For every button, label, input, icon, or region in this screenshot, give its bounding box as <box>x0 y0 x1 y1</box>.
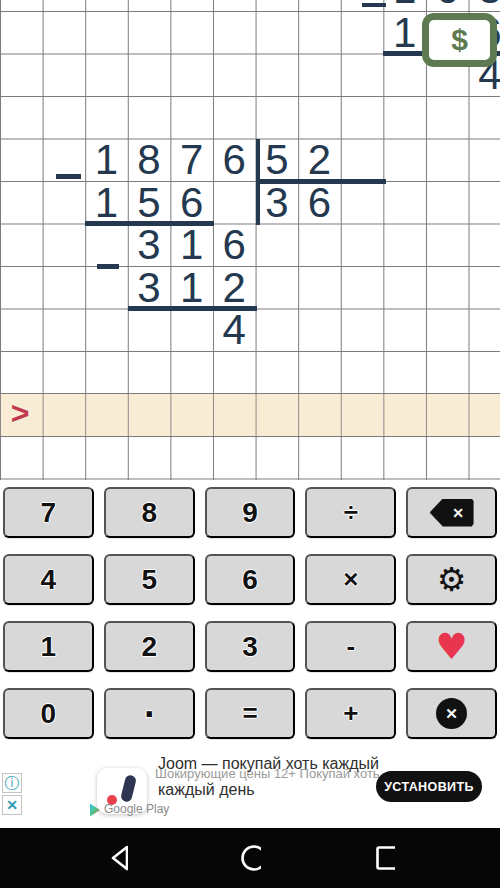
key-multiply[interactable]: × <box>305 554 396 605</box>
recents-button[interactable] <box>367 841 401 875</box>
close-keypad-button[interactable]: ✕ <box>406 688 497 739</box>
answer-input-row[interactable]: > <box>0 393 500 437</box>
digit-cell: 7 <box>180 139 203 181</box>
favorite-button[interactable]: ♥ <box>406 621 497 672</box>
key-7[interactable]: 7 <box>3 487 94 538</box>
joom-logo-swoosh <box>120 774 137 803</box>
divide-label: ÷ <box>344 497 358 528</box>
key-3[interactable]: 3 <box>205 621 296 672</box>
settings-button[interactable]: ⚙ <box>406 554 497 605</box>
digit-cell: 6 <box>223 139 246 181</box>
minus-sign <box>56 174 81 179</box>
input-prompt: > <box>11 395 30 432</box>
digit-cell: 1 <box>393 12 416 54</box>
key-8[interactable]: 8 <box>104 487 195 538</box>
digit-cell: 8 <box>137 139 160 181</box>
key-decimal[interactable]: . <box>104 688 195 739</box>
key-6[interactable]: 6 <box>205 554 296 605</box>
backspace-x-glyph: ✕ <box>443 499 474 527</box>
digit-cell: 5 <box>265 139 288 181</box>
install-button[interactable]: УСТАНОВИТЬ <box>376 771 482 802</box>
key-plus[interactable]: + <box>305 688 396 739</box>
back-triangle-icon <box>106 843 128 873</box>
calculator-keypad: 7 8 9 ÷ ✕ 4 5 6 × ⚙ 1 2 3 - ♥ 0 <box>0 480 500 748</box>
digit-cell: 6 <box>223 224 246 266</box>
key-9[interactable]: 9 <box>205 487 296 538</box>
key-2[interactable]: 2 <box>104 621 195 672</box>
close-x-glyph: ✕ <box>445 705 458 723</box>
keypad-row: 1 2 3 - ♥ <box>3 621 497 672</box>
digit-cell: 6 <box>308 182 331 224</box>
dollar-ad-icon[interactable]: $ <box>422 13 497 67</box>
plus-label: + <box>343 698 358 729</box>
digit-cell: 4 <box>223 309 246 351</box>
android-nav-bar <box>0 828 500 888</box>
digit-cell: 1 <box>95 139 118 181</box>
key-0[interactable]: 0 <box>3 688 94 739</box>
digit-cell: 2 <box>308 139 331 181</box>
minus-sign <box>97 264 119 269</box>
digit-cell: 6 <box>180 182 203 224</box>
ad-close-button[interactable]: ✕ <box>2 795 22 815</box>
equals-label: = <box>242 698 257 729</box>
ad-title-line1: Joom — покупай хоть каждый <box>158 755 379 773</box>
gear-icon: ⚙ <box>437 560 467 599</box>
ad-banner[interactable]: ⓘ ✕ Шокирующие цены 12+ Покупай хоть Joo… <box>0 748 500 828</box>
key-1[interactable]: 1 <box>3 621 94 672</box>
digit-cell: 3 <box>265 182 288 224</box>
digit-cell: 3 <box>137 224 160 266</box>
digit-cell: 6 <box>436 0 459 10</box>
backspace-icon: ✕ <box>430 499 474 527</box>
digit-cell: 3 <box>137 267 160 309</box>
google-play-icon <box>89 803 101 817</box>
key-equals[interactable]: = <box>205 688 296 739</box>
ad-title-line2: каждый день <box>158 781 255 799</box>
keypad-row: 7 8 9 ÷ ✕ <box>3 487 497 538</box>
heart-icon: ♥ <box>435 626 467 667</box>
keypad-row: 0 . = + ✕ <box>3 688 497 739</box>
digit-cell: 2 <box>223 267 246 309</box>
multiply-label: × <box>343 564 358 595</box>
minus-label: - <box>346 631 355 662</box>
google-play-label: Google Play <box>104 802 169 816</box>
decimal-label: . <box>144 683 155 726</box>
ad-info-button[interactable]: ⓘ <box>2 773 22 793</box>
keypad-row: 4 5 6 × ⚙ <box>3 554 497 605</box>
digit-cell: 5 <box>137 182 160 224</box>
home-button[interactable] <box>233 841 267 875</box>
digit-cell: 1 <box>180 267 203 309</box>
recents-square-icon <box>373 843 395 873</box>
close-circle-icon: ✕ <box>436 698 467 729</box>
key-divide[interactable]: ÷ <box>305 487 396 538</box>
division-worksheet: 1 6 8 1 6 4 $ 1 8 7 6 5 2 1 5 6 3 6 3 1 … <box>0 0 500 480</box>
minus-sign <box>362 3 386 8</box>
dollar-glyph: $ <box>451 25 468 55</box>
key-5[interactable]: 5 <box>104 554 195 605</box>
digit-cell: 1 <box>180 224 203 266</box>
key-4[interactable]: 4 <box>3 554 94 605</box>
backspace-button[interactable]: ✕ <box>406 487 497 538</box>
back-button[interactable] <box>100 841 134 875</box>
app-screen: 1 6 8 1 6 4 $ 1 8 7 6 5 2 1 5 6 3 6 3 1 … <box>0 0 500 888</box>
key-minus[interactable]: - <box>305 621 396 672</box>
home-circle-icon <box>239 843 261 873</box>
digit-cell: 1 <box>95 182 118 224</box>
